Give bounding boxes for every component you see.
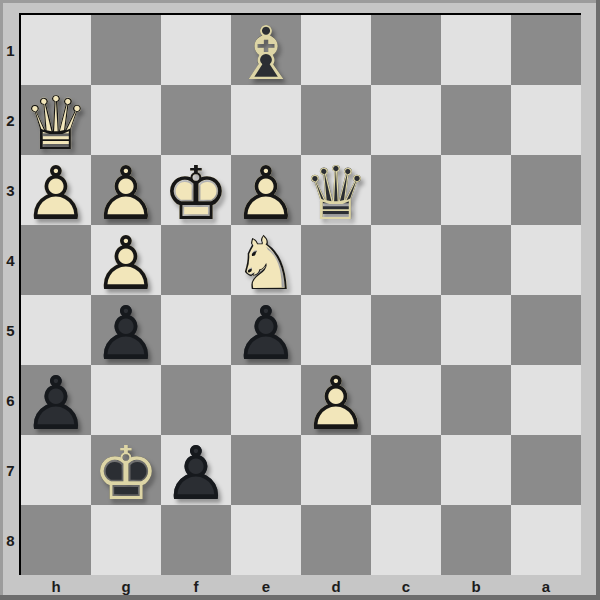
white-pawn-fill-glyph: ♟: [301, 368, 371, 438]
square-e6[interactable]: [231, 365, 301, 435]
square-f6[interactable]: [161, 365, 231, 435]
square-a6[interactable]: [511, 365, 581, 435]
square-b4[interactable]: [441, 225, 511, 295]
square-e2[interactable]: [231, 85, 301, 155]
rank-label-2: 2: [2, 85, 19, 155]
piece-white-pawn: ♟♙: [301, 365, 371, 435]
piece-white-pawn: ♟♙: [91, 225, 161, 295]
square-h1[interactable]: [21, 15, 91, 85]
black-pawn-outline-glyph: ♙: [91, 298, 161, 368]
square-e4[interactable]: ♞♘: [231, 225, 301, 295]
chess-board: ♝♗♛♕♟♙♟♙♚♔♟♙♛♕♟♙♞♘♟♙♟♙♟♙♟♙♚♔♟♙: [19, 13, 581, 575]
rank-label-6: 6: [2, 365, 19, 435]
square-h3[interactable]: ♟♙: [21, 155, 91, 225]
square-h2[interactable]: ♛♕: [21, 85, 91, 155]
square-f7[interactable]: ♟♙: [161, 435, 231, 505]
square-g8[interactable]: [91, 505, 161, 575]
square-b1[interactable]: [441, 15, 511, 85]
piece-black-pawn: ♟♙: [161, 435, 231, 505]
square-d4[interactable]: [301, 225, 371, 295]
piece-black-pawn: ♟♙: [91, 295, 161, 365]
frame-edge-right: [596, 0, 600, 600]
square-f2[interactable]: [161, 85, 231, 155]
square-e5[interactable]: ♟♙: [231, 295, 301, 365]
white-pawn-fill-glyph: ♟: [91, 228, 161, 298]
square-a7[interactable]: [511, 435, 581, 505]
square-g4[interactable]: ♟♙: [91, 225, 161, 295]
rank-label-4: 4: [2, 225, 19, 295]
square-h6[interactable]: ♟♙: [21, 365, 91, 435]
black-pawn-outline-glyph: ♙: [161, 438, 231, 508]
square-b3[interactable]: [441, 155, 511, 225]
square-d5[interactable]: [301, 295, 371, 365]
square-c3[interactable]: [371, 155, 441, 225]
square-e1[interactable]: ♝♗: [231, 15, 301, 85]
square-c4[interactable]: [371, 225, 441, 295]
white-king-outline-glyph: ♔: [161, 158, 231, 228]
frame-edge-top: [0, 0, 600, 3]
file-label-e: e: [231, 577, 301, 595]
black-pawn-outline-glyph: ♙: [21, 368, 91, 438]
square-d2[interactable]: [301, 85, 371, 155]
file-label-a: a: [511, 577, 581, 595]
square-h7[interactable]: [21, 435, 91, 505]
black-king-fill-glyph: ♚: [91, 438, 161, 508]
square-g7[interactable]: ♚♔: [91, 435, 161, 505]
square-h5[interactable]: [21, 295, 91, 365]
white-pawn-outline-glyph: ♙: [91, 228, 161, 298]
square-d7[interactable]: [301, 435, 371, 505]
square-f8[interactable]: [161, 505, 231, 575]
square-f4[interactable]: [161, 225, 231, 295]
black-king-outline-glyph: ♔: [91, 438, 161, 508]
square-e3[interactable]: ♟♙: [231, 155, 301, 225]
square-h4[interactable]: [21, 225, 91, 295]
square-g2[interactable]: [91, 85, 161, 155]
square-b7[interactable]: [441, 435, 511, 505]
square-c8[interactable]: [371, 505, 441, 575]
square-a3[interactable]: [511, 155, 581, 225]
square-g1[interactable]: [91, 15, 161, 85]
black-pawn-outline-glyph: ♙: [231, 298, 301, 368]
file-label-d: d: [301, 577, 371, 595]
piece-white-pawn: ♟♙: [21, 155, 91, 225]
white-queen-outline-glyph: ♕: [21, 88, 91, 158]
black-pawn-fill-glyph: ♟: [231, 298, 301, 368]
file-label-f: f: [161, 577, 231, 595]
square-g3[interactable]: ♟♙: [91, 155, 161, 225]
square-a5[interactable]: [511, 295, 581, 365]
frame-edge-bottom: [0, 595, 600, 600]
black-pawn-fill-glyph: ♟: [21, 368, 91, 438]
piece-black-pawn: ♟♙: [231, 295, 301, 365]
square-b2[interactable]: [441, 85, 511, 155]
white-pawn-outline-glyph: ♙: [301, 368, 371, 438]
piece-white-knight: ♞♘: [231, 225, 301, 295]
square-g5[interactable]: ♟♙: [91, 295, 161, 365]
square-a4[interactable]: [511, 225, 581, 295]
black-bishop-outline-glyph: ♗: [231, 18, 301, 88]
piece-white-pawn: ♟♙: [91, 155, 161, 225]
white-pawn-fill-glyph: ♟: [21, 158, 91, 228]
rank-label-1: 1: [2, 15, 19, 85]
square-b6[interactable]: [441, 365, 511, 435]
black-bishop-fill-glyph: ♝: [231, 18, 301, 88]
square-f1[interactable]: [161, 15, 231, 85]
square-e8[interactable]: [231, 505, 301, 575]
piece-black-bishop: ♝♗: [231, 15, 301, 85]
square-c5[interactable]: [371, 295, 441, 365]
square-f5[interactable]: [161, 295, 231, 365]
square-b8[interactable]: [441, 505, 511, 575]
chess-diagram-panel: ♝♗♛♕♟♙♟♙♚♔♟♙♛♕♟♙♞♘♟♙♟♙♟♙♟♙♚♔♟♙ 12345678 …: [0, 0, 600, 600]
square-a2[interactable]: [511, 85, 581, 155]
white-pawn-outline-glyph: ♙: [21, 158, 91, 228]
square-d8[interactable]: [301, 505, 371, 575]
black-queen-outline-glyph: ♕: [301, 158, 371, 228]
square-d3[interactable]: ♛♕: [301, 155, 371, 225]
piece-black-queen: ♛♕: [301, 155, 371, 225]
black-queen-fill-glyph: ♛: [301, 158, 371, 228]
black-pawn-fill-glyph: ♟: [91, 298, 161, 368]
white-knight-outline-glyph: ♘: [231, 228, 301, 298]
rank-label-7: 7: [2, 435, 19, 505]
square-d6[interactable]: ♟♙: [301, 365, 371, 435]
square-c6[interactable]: [371, 365, 441, 435]
square-a8[interactable]: [511, 505, 581, 575]
rank-label-3: 3: [2, 155, 19, 225]
file-label-c: c: [371, 577, 441, 595]
square-c7[interactable]: [371, 435, 441, 505]
square-a1[interactable]: [511, 15, 581, 85]
white-pawn-fill-glyph: ♟: [91, 158, 161, 228]
file-label-b: b: [441, 577, 511, 595]
rank-label-8: 8: [2, 505, 19, 575]
piece-black-pawn: ♟♙: [21, 365, 91, 435]
square-b5[interactable]: [441, 295, 511, 365]
white-pawn-outline-glyph: ♙: [91, 158, 161, 228]
piece-black-king: ♚♔: [91, 435, 161, 505]
rank-label-5: 5: [2, 295, 19, 365]
piece-white-pawn: ♟♙: [231, 155, 301, 225]
white-pawn-fill-glyph: ♟: [231, 158, 301, 228]
square-c1[interactable]: [371, 15, 441, 85]
black-pawn-fill-glyph: ♟: [161, 438, 231, 508]
square-h8[interactable]: [21, 505, 91, 575]
file-label-g: g: [91, 577, 161, 595]
square-d1[interactable]: [301, 15, 371, 85]
file-label-h: h: [21, 577, 91, 595]
square-c2[interactable]: [371, 85, 441, 155]
piece-white-queen: ♛♕: [21, 85, 91, 155]
white-king-fill-glyph: ♚: [161, 158, 231, 228]
square-e7[interactable]: [231, 435, 301, 505]
square-f3[interactable]: ♚♔: [161, 155, 231, 225]
white-pawn-outline-glyph: ♙: [231, 158, 301, 228]
piece-white-king: ♚♔: [161, 155, 231, 225]
square-g6[interactable]: [91, 365, 161, 435]
white-knight-fill-glyph: ♞: [231, 228, 301, 298]
white-queen-fill-glyph: ♛: [21, 88, 91, 158]
